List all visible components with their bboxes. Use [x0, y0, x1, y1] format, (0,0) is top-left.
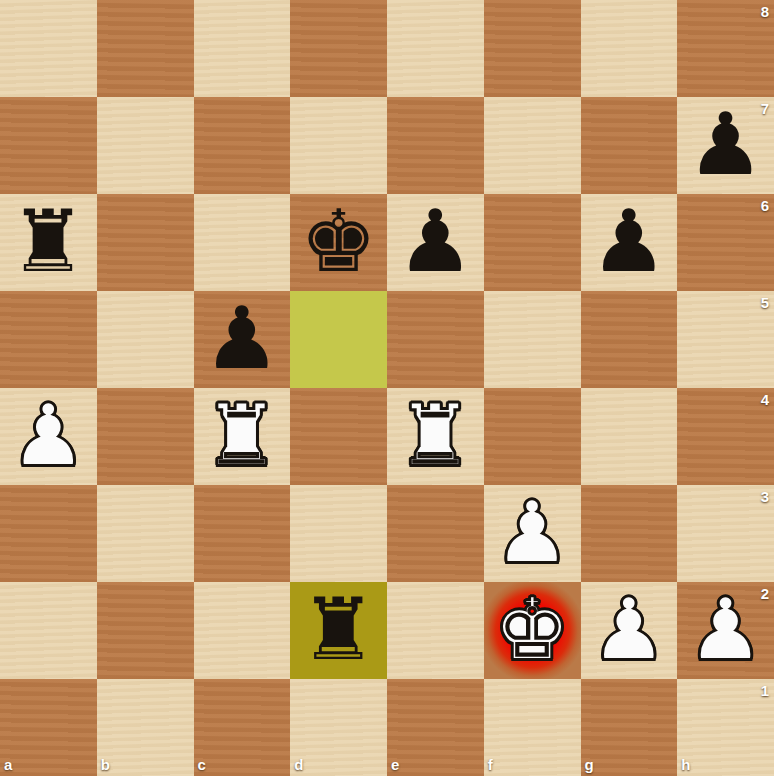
black-king-piece[interactable]: ♚: [300, 194, 377, 289]
chess-board: 8♟7♜♚♟♟6♟5♟♜♜4♟3♜♚♟♟2abcdefg1h: [0, 0, 774, 776]
square-c1[interactable]: c: [194, 679, 291, 776]
square-b1[interactable]: b: [97, 679, 194, 776]
black-rook-piece[interactable]: ♜: [10, 194, 87, 289]
square-f4[interactable]: [484, 388, 581, 485]
file-label-e: e: [391, 757, 399, 772]
square-b8[interactable]: [97, 0, 194, 97]
white-rook-piece[interactable]: ♜: [203, 388, 280, 483]
rank-label-6: 6: [761, 198, 769, 213]
square-h5[interactable]: 5: [677, 291, 774, 388]
black-rook-piece[interactable]: ♜: [300, 582, 377, 677]
white-pawn-piece[interactable]: ♟: [10, 388, 87, 483]
white-pawn-piece[interactable]: ♟: [590, 582, 667, 677]
square-f5[interactable]: [484, 291, 581, 388]
square-c6[interactable]: [194, 194, 291, 291]
square-c8[interactable]: [194, 0, 291, 97]
square-a1[interactable]: a: [0, 679, 97, 776]
square-a4[interactable]: ♟: [0, 388, 97, 485]
square-b3[interactable]: [97, 485, 194, 582]
square-b7[interactable]: [97, 97, 194, 194]
white-king-piece[interactable]: ♚: [494, 582, 571, 677]
square-d1[interactable]: d: [290, 679, 387, 776]
square-d4[interactable]: [290, 388, 387, 485]
file-label-b: b: [101, 757, 110, 772]
square-f8[interactable]: [484, 0, 581, 97]
square-g7[interactable]: [581, 97, 678, 194]
square-g4[interactable]: [581, 388, 678, 485]
square-g6[interactable]: ♟: [581, 194, 678, 291]
square-h4[interactable]: 4: [677, 388, 774, 485]
square-c7[interactable]: [194, 97, 291, 194]
square-e3[interactable]: [387, 485, 484, 582]
square-e4[interactable]: ♜: [387, 388, 484, 485]
square-g5[interactable]: [581, 291, 678, 388]
square-h2[interactable]: ♟2: [677, 582, 774, 679]
rank-label-7: 7: [761, 101, 769, 116]
square-c2[interactable]: [194, 582, 291, 679]
file-label-g: g: [585, 757, 594, 772]
black-pawn-piece[interactable]: ♟: [590, 194, 667, 289]
square-f7[interactable]: [484, 97, 581, 194]
file-label-h: h: [681, 757, 690, 772]
square-d6[interactable]: ♚: [290, 194, 387, 291]
square-h6[interactable]: 6: [677, 194, 774, 291]
square-e8[interactable]: [387, 0, 484, 97]
square-b4[interactable]: [97, 388, 194, 485]
square-c4[interactable]: ♜: [194, 388, 291, 485]
square-g1[interactable]: g: [581, 679, 678, 776]
square-b2[interactable]: [97, 582, 194, 679]
square-f6[interactable]: [484, 194, 581, 291]
square-d5[interactable]: [290, 291, 387, 388]
file-label-f: f: [488, 757, 493, 772]
square-g2[interactable]: ♟: [581, 582, 678, 679]
square-d3[interactable]: [290, 485, 387, 582]
black-pawn-piece[interactable]: ♟: [203, 291, 280, 386]
square-a5[interactable]: [0, 291, 97, 388]
square-c3[interactable]: [194, 485, 291, 582]
square-b6[interactable]: [97, 194, 194, 291]
square-b5[interactable]: [97, 291, 194, 388]
square-f1[interactable]: f: [484, 679, 581, 776]
square-h8[interactable]: 8: [677, 0, 774, 97]
file-label-c: c: [198, 757, 206, 772]
square-d8[interactable]: [290, 0, 387, 97]
square-g8[interactable]: [581, 0, 678, 97]
square-e5[interactable]: [387, 291, 484, 388]
rank-label-5: 5: [761, 295, 769, 310]
square-h3[interactable]: 3: [677, 485, 774, 582]
white-pawn-piece[interactable]: ♟: [494, 485, 571, 580]
rank-label-3: 3: [761, 489, 769, 504]
black-pawn-piece[interactable]: ♟: [687, 97, 764, 192]
square-d2[interactable]: ♜: [290, 582, 387, 679]
square-e6[interactable]: ♟: [387, 194, 484, 291]
square-h1[interactable]: 1h: [677, 679, 774, 776]
rank-label-1: 1: [761, 683, 769, 698]
square-a8[interactable]: [0, 0, 97, 97]
square-a6[interactable]: ♜: [0, 194, 97, 291]
square-e1[interactable]: e: [387, 679, 484, 776]
file-label-a: a: [4, 757, 12, 772]
square-d7[interactable]: [290, 97, 387, 194]
rank-label-4: 4: [761, 392, 769, 407]
file-label-d: d: [294, 757, 303, 772]
white-rook-piece[interactable]: ♜: [397, 388, 474, 483]
white-pawn-piece[interactable]: ♟: [687, 582, 764, 677]
square-c5[interactable]: ♟: [194, 291, 291, 388]
square-a3[interactable]: [0, 485, 97, 582]
square-a7[interactable]: [0, 97, 97, 194]
black-pawn-piece[interactable]: ♟: [397, 194, 474, 289]
square-a2[interactable]: [0, 582, 97, 679]
square-f3[interactable]: ♟: [484, 485, 581, 582]
square-f2[interactable]: ♚: [484, 582, 581, 679]
square-g3[interactable]: [581, 485, 678, 582]
square-h7[interactable]: ♟7: [677, 97, 774, 194]
square-e2[interactable]: [387, 582, 484, 679]
rank-label-8: 8: [761, 4, 769, 19]
rank-label-2: 2: [761, 586, 769, 601]
square-e7[interactable]: [387, 97, 484, 194]
